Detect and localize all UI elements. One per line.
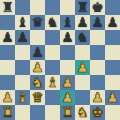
white-bishop[interactable]: ♝ <box>46 75 58 90</box>
square-c2[interactable]: ♛ <box>30 90 45 105</box>
black-bishop[interactable]: ♝ <box>16 15 28 30</box>
white-rook[interactable]: ♜ <box>1 105 13 120</box>
white-pawn[interactable]: ♟ <box>61 75 73 90</box>
square-h2[interactable]: ♟ <box>105 90 120 105</box>
black-bishop[interactable]: ♝ <box>61 15 73 30</box>
square-c7[interactable]: ♛ <box>30 15 45 30</box>
square-h7[interactable]: ♟ <box>105 15 120 30</box>
white-pawn[interactable]: ♟ <box>106 90 118 105</box>
square-h6[interactable] <box>105 30 120 45</box>
square-d7[interactable]: ♞ <box>45 15 60 30</box>
black-pawn[interactable]: ♟ <box>61 30 73 45</box>
chess-board: ♜♜♚♝♛♞♝♟♟♟♟♟♟♞♟♟♟♞♝♟♟♝♛♟♟♟♜♜♞♚ <box>0 0 120 120</box>
square-a5[interactable] <box>0 45 15 60</box>
square-a1[interactable]: ♜ <box>0 105 15 120</box>
square-g7[interactable]: ♟ <box>90 15 105 30</box>
black-pawn[interactable]: ♟ <box>91 15 103 30</box>
white-pawn[interactable]: ♟ <box>61 90 73 105</box>
black-rook[interactable]: ♜ <box>1 0 13 15</box>
black-king[interactable]: ♚ <box>91 0 103 15</box>
square-b1[interactable] <box>15 105 30 120</box>
square-d2[interactable] <box>45 90 60 105</box>
black-pawn[interactable]: ♟ <box>106 15 118 30</box>
black-queen[interactable]: ♛ <box>31 15 43 30</box>
white-rook[interactable]: ♜ <box>61 105 73 120</box>
square-b5[interactable] <box>15 45 30 60</box>
square-b4[interactable] <box>15 60 30 75</box>
black-pawn[interactable]: ♟ <box>16 30 28 45</box>
black-rook[interactable]: ♜ <box>76 0 88 15</box>
black-pawn[interactable]: ♟ <box>1 30 13 45</box>
square-e1[interactable]: ♜ <box>60 105 75 120</box>
black-pawn[interactable]: ♟ <box>31 45 43 60</box>
white-knight[interactable]: ♞ <box>31 75 43 90</box>
square-g1[interactable]: ♚ <box>90 105 105 120</box>
square-f4[interactable]: ♟ <box>75 60 90 75</box>
black-knight[interactable]: ♞ <box>46 15 58 30</box>
white-queen[interactable]: ♛ <box>31 90 43 105</box>
white-pawn[interactable]: ♟ <box>91 90 103 105</box>
white-knight[interactable]: ♞ <box>76 105 88 120</box>
square-f1[interactable]: ♞ <box>75 105 90 120</box>
square-d5[interactable] <box>45 45 60 60</box>
square-a4[interactable] <box>0 60 15 75</box>
black-knight[interactable]: ♞ <box>76 30 88 45</box>
black-pawn[interactable]: ♟ <box>76 15 88 30</box>
square-d3[interactable]: ♝ <box>45 75 60 90</box>
square-a6[interactable]: ♟ <box>0 30 15 45</box>
square-f6[interactable]: ♞ <box>75 30 90 45</box>
white-king[interactable]: ♚ <box>91 105 103 120</box>
square-b2[interactable]: ♝ <box>15 90 30 105</box>
white-pawn[interactable]: ♟ <box>31 60 43 75</box>
square-h5[interactable] <box>105 45 120 60</box>
square-c1[interactable] <box>30 105 45 120</box>
white-bishop[interactable]: ♝ <box>16 90 28 105</box>
square-a8[interactable]: ♜ <box>0 0 15 15</box>
square-d6[interactable] <box>45 30 60 45</box>
square-h4[interactable] <box>105 60 120 75</box>
square-e5[interactable] <box>60 45 75 60</box>
square-e6[interactable]: ♟ <box>60 30 75 45</box>
square-f3[interactable] <box>75 75 90 90</box>
square-h1[interactable] <box>105 105 120 120</box>
square-d1[interactable] <box>45 105 60 120</box>
white-pawn[interactable]: ♟ <box>1 90 13 105</box>
square-g5[interactable] <box>90 45 105 60</box>
white-pawn[interactable]: ♟ <box>76 60 88 75</box>
square-g4[interactable] <box>90 60 105 75</box>
square-b6[interactable]: ♟ <box>15 30 30 45</box>
square-g6[interactable] <box>90 30 105 45</box>
